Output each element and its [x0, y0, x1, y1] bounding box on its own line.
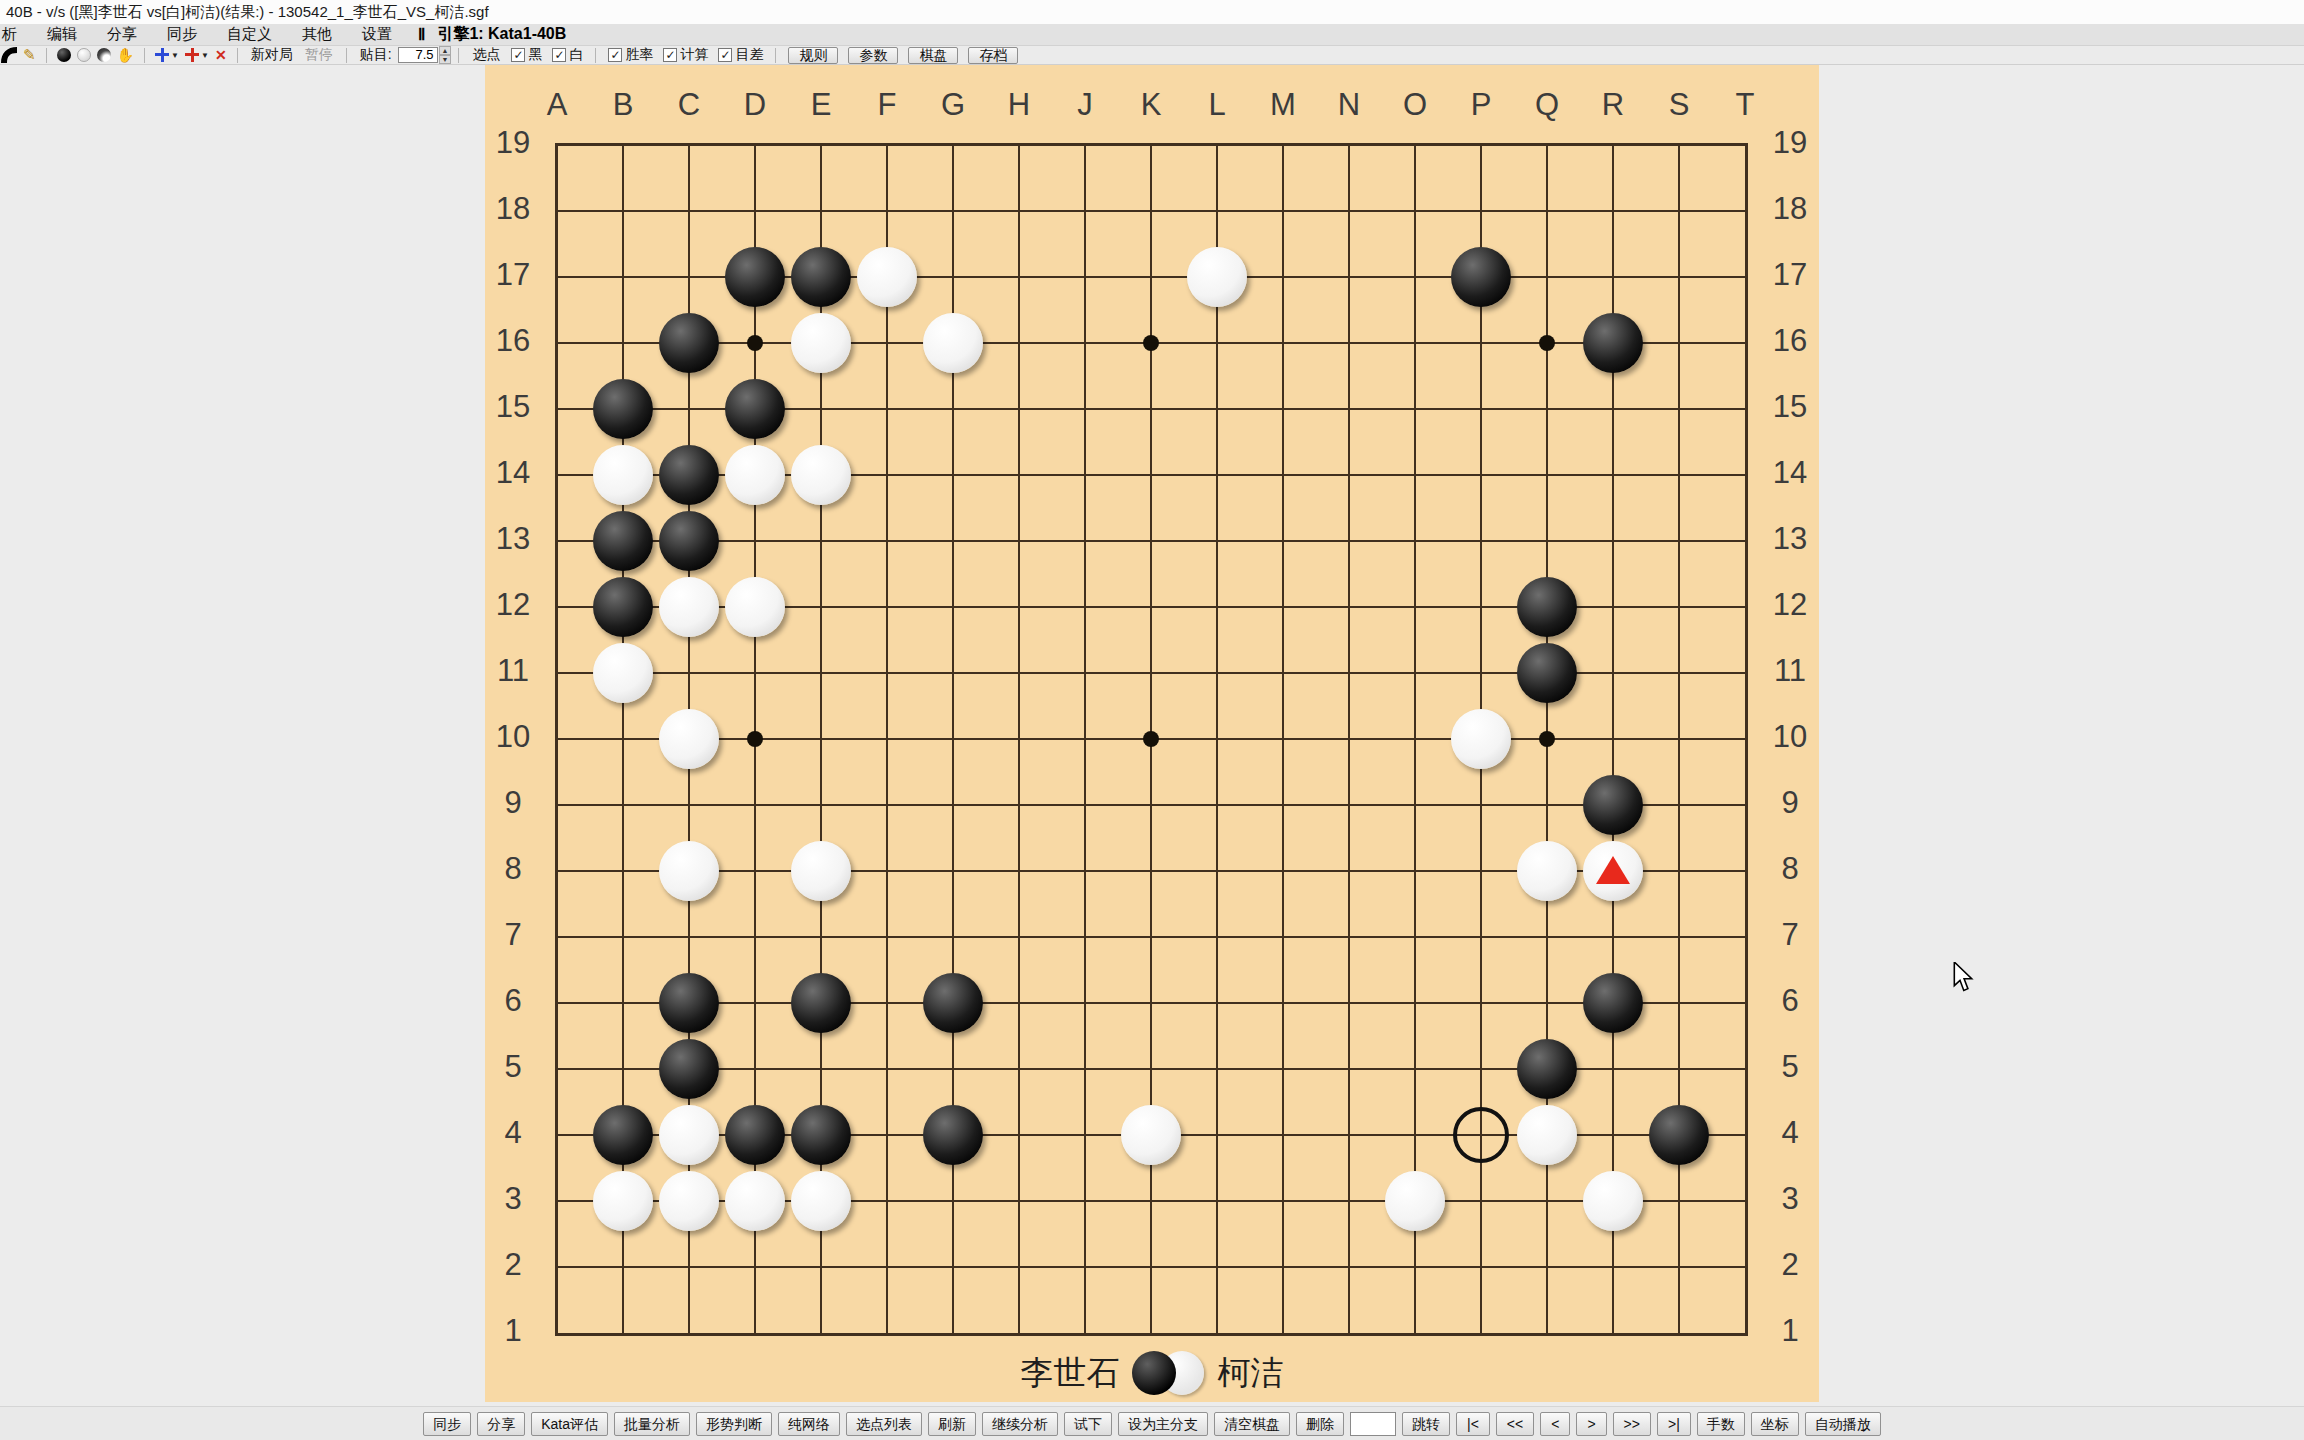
- menu-item-7[interactable]: 设置: [362, 25, 408, 44]
- engine-pause-icon[interactable]: Ⅱ: [418, 26, 423, 44]
- star-point-D10: [747, 731, 763, 747]
- bottom-button-批量分析[interactable]: 批量分析: [614, 1412, 690, 1436]
- nav-last-button[interactable]: >|: [1657, 1412, 1691, 1436]
- bottom-button-纯网络[interactable]: 纯网络: [778, 1412, 840, 1436]
- white-stone-C8[interactable]: [659, 841, 719, 901]
- checkbox-label: 黑: [528, 46, 542, 64]
- row-label-left-16: 16: [487, 323, 539, 359]
- col-label-M: M: [1263, 87, 1303, 123]
- black-stone-B4[interactable]: [593, 1105, 653, 1165]
- row-label-left-11: 11: [487, 653, 539, 689]
- white-stone-P10[interactable]: [1451, 709, 1511, 769]
- bottom-button-删除[interactable]: 删除: [1296, 1412, 1344, 1436]
- white-stone-E8[interactable]: [791, 841, 851, 901]
- black-stone-G6[interactable]: [923, 973, 983, 1033]
- white-stone-D3[interactable]: [725, 1171, 785, 1231]
- row-label-left-5: 5: [487, 1049, 539, 1085]
- red-cross-marker-icon[interactable]: ▼: [185, 46, 209, 64]
- cursor-tool-icon[interactable]: [3, 46, 17, 64]
- pencil-icon[interactable]: ✎: [23, 46, 36, 64]
- row-label-right-13: 13: [1764, 521, 1816, 557]
- row-label-left-4: 4: [487, 1115, 539, 1151]
- checkbox-icon[interactable]: ✓: [511, 48, 525, 62]
- col-label-L: L: [1197, 87, 1237, 123]
- row-label-right-16: 16: [1764, 323, 1816, 359]
- star-point-K16: [1143, 335, 1159, 351]
- separator: [458, 48, 459, 63]
- new-game-button[interactable]: 新对局: [251, 46, 293, 64]
- pause-button[interactable]: 暂停: [305, 46, 333, 64]
- col-label-R: R: [1593, 87, 1633, 123]
- col-label-C: C: [669, 87, 709, 123]
- row-label-left-19: 19: [487, 125, 539, 161]
- separator: [237, 48, 238, 63]
- menu-item-3[interactable]: 分享: [107, 25, 153, 44]
- bottom-button-刷新[interactable]: 刷新: [928, 1412, 976, 1436]
- toolbar-button-棋盘[interactable]: 棋盘: [908, 47, 958, 64]
- black-stone-Q5[interactable]: [1517, 1039, 1577, 1099]
- row-label-left-8: 8: [487, 851, 539, 887]
- white-player-name: 柯洁: [1218, 1351, 1284, 1396]
- candidate-checkbox-白[interactable]: ✓白: [552, 46, 583, 64]
- col-label-F: F: [867, 87, 907, 123]
- nav-next-button[interactable]: >: [1576, 1412, 1606, 1436]
- separator: [46, 48, 47, 63]
- bottom-button-设为主分支[interactable]: 设为主分支: [1118, 1412, 1208, 1436]
- col-label-E: E: [801, 87, 841, 123]
- row-label-right-19: 19: [1764, 125, 1816, 161]
- alternate-stone-tool-icon[interactable]: [97, 46, 111, 64]
- grid-line-v: [1216, 145, 1218, 1333]
- candidate-label: 选点: [472, 46, 500, 64]
- bottom-button-分享[interactable]: 分享: [477, 1412, 525, 1436]
- col-label-S: S: [1659, 87, 1699, 123]
- display-checkbox-目差[interactable]: ✓目差: [718, 46, 763, 64]
- white-stone-K4[interactable]: [1121, 1105, 1181, 1165]
- row-label-right-4: 4: [1764, 1115, 1816, 1151]
- grid-line-v: [1348, 145, 1350, 1333]
- candidate-checkbox-黑[interactable]: ✓黑: [511, 46, 542, 64]
- grid-line-h: [557, 804, 1745, 806]
- checkbox-icon[interactable]: ✓: [663, 48, 677, 62]
- menu-item-2[interactable]: 编辑: [47, 25, 93, 44]
- black-stone-C14[interactable]: [659, 445, 719, 505]
- col-label-H: H: [999, 87, 1039, 123]
- col-label-B: B: [603, 87, 643, 123]
- toggle-button-自动播放[interactable]: 自动播放: [1805, 1412, 1881, 1436]
- tool-bar: ✎ ✋ ▼ ▼ ✕ 新对局 暂停 贴目: 7.5 ▲▼ 选点 ✓黑✓白 ✓胜率✓…: [0, 46, 2304, 65]
- row-label-left-18: 18: [487, 191, 539, 227]
- star-point-Q16: [1539, 335, 1555, 351]
- title-bar: 40B - v/s ([黑]李世石 vs[白]柯洁)(结果:) - 130542…: [0, 0, 2304, 24]
- white-stone-Q8[interactable]: [1517, 841, 1577, 901]
- nav-prev-button[interactable]: <: [1540, 1412, 1570, 1436]
- row-label-left-9: 9: [487, 785, 539, 821]
- jump-button[interactable]: 跳转: [1402, 1412, 1450, 1436]
- col-label-N: N: [1329, 87, 1369, 123]
- white-stone-E14[interactable]: [791, 445, 851, 505]
- col-label-Q: Q: [1527, 87, 1567, 123]
- black-stone-D15[interactable]: [725, 379, 785, 439]
- black-stone-B12[interactable]: [593, 577, 653, 637]
- row-label-right-9: 9: [1764, 785, 1816, 821]
- grid-line-h: [557, 1002, 1745, 1004]
- row-label-right-2: 2: [1764, 1247, 1816, 1283]
- col-label-J: J: [1065, 87, 1105, 123]
- komi-spinner[interactable]: ▲▼: [439, 46, 452, 64]
- black-stone-Q11[interactable]: [1517, 643, 1577, 703]
- white-stone-C12[interactable]: [659, 577, 719, 637]
- black-stone-E6[interactable]: [791, 973, 851, 1033]
- black-stone-Q12[interactable]: [1517, 577, 1577, 637]
- grid-line-v: [1282, 145, 1284, 1333]
- bottom-button-选点列表[interactable]: 选点列表: [846, 1412, 922, 1436]
- white-stone-E3[interactable]: [791, 1171, 851, 1231]
- row-label-left-15: 15: [487, 389, 539, 425]
- black-stone-R16[interactable]: [1583, 313, 1643, 373]
- display-checkbox-计算[interactable]: ✓计算: [663, 46, 708, 64]
- bottom-button-同步[interactable]: 同步: [423, 1412, 471, 1436]
- last-move-triangle-marker-R8: [1596, 856, 1630, 884]
- black-stone-D17[interactable]: [725, 247, 785, 307]
- grid-line-h: [557, 1266, 1745, 1268]
- bottom-button-Kata评估[interactable]: Kata评估: [531, 1412, 608, 1436]
- black-stone-tool-icon[interactable]: [57, 46, 71, 64]
- row-label-right-14: 14: [1764, 455, 1816, 491]
- checkbox-label: 胜率: [625, 46, 653, 64]
- player-bar: 李世石柯洁: [485, 1350, 1819, 1396]
- col-label-K: K: [1131, 87, 1171, 123]
- checkbox-label: 计算: [680, 46, 708, 64]
- col-label-O: O: [1395, 87, 1435, 123]
- black-stone-D4[interactable]: [725, 1105, 785, 1165]
- checkbox-label: 目差: [735, 46, 763, 64]
- col-label-P: P: [1461, 87, 1501, 123]
- display-checkbox-胜率[interactable]: ✓胜率: [608, 46, 653, 64]
- toolbar-button-规则[interactable]: 规则: [788, 47, 838, 64]
- row-label-left-12: 12: [487, 587, 539, 623]
- black-stone-C13[interactable]: [659, 511, 719, 571]
- white-stone-Q4[interactable]: [1517, 1105, 1577, 1165]
- bottom-button-清空棋盘[interactable]: 清空棋盘: [1214, 1412, 1290, 1436]
- nav-back10-button[interactable]: <<: [1496, 1412, 1534, 1436]
- white-stone-C10[interactable]: [659, 709, 719, 769]
- white-stone-C4[interactable]: [659, 1105, 719, 1165]
- player-bar-stones: [1132, 1350, 1206, 1396]
- blue-cross-marker-icon[interactable]: ▼: [155, 46, 179, 64]
- row-label-left-3: 3: [487, 1181, 539, 1217]
- checkbox-icon[interactable]: ✓: [718, 48, 732, 62]
- komi-label: 贴目:: [360, 46, 392, 64]
- menu-item-4[interactable]: 同步: [167, 25, 213, 44]
- black-stone-P17[interactable]: [1451, 247, 1511, 307]
- row-label-right-10: 10: [1764, 719, 1816, 755]
- black-player-name: 李世石: [1021, 1351, 1120, 1396]
- row-label-right-12: 12: [1764, 587, 1816, 623]
- white-stone-D14[interactable]: [725, 445, 785, 505]
- white-stone-B14[interactable]: [593, 445, 653, 505]
- checkbox-label: 白: [569, 46, 583, 64]
- menu-item-6[interactable]: 其他: [302, 25, 348, 44]
- col-label-D: D: [735, 87, 775, 123]
- nav-fwd10-button[interactable]: >>: [1613, 1412, 1651, 1436]
- white-stone-D12[interactable]: [725, 577, 785, 637]
- toolbar-button-参数[interactable]: 参数: [848, 47, 898, 64]
- black-stone-S4[interactable]: [1649, 1105, 1709, 1165]
- row-label-left-6: 6: [487, 983, 539, 1019]
- black-stone-C5[interactable]: [659, 1039, 719, 1099]
- row-label-right-18: 18: [1764, 191, 1816, 227]
- grid-line-h: [557, 936, 1745, 938]
- row-label-right-8: 8: [1764, 851, 1816, 887]
- white-stone-B3[interactable]: [593, 1171, 653, 1231]
- bottom-button-形势判断[interactable]: 形势判断: [696, 1412, 772, 1436]
- bottom-toolbar: 同步分享Kata评估批量分析形势判断纯网络选点列表刷新继续分析试下设为主分支清空…: [0, 1406, 2304, 1440]
- separator: [595, 48, 596, 63]
- star-point-D16: [747, 335, 763, 351]
- mouse-cursor: [1950, 962, 1976, 992]
- checkbox-icon[interactable]: ✓: [608, 48, 622, 62]
- engine-label: 引擎1: Kata1-40B: [437, 24, 566, 45]
- row-label-right-3: 3: [1764, 1181, 1816, 1217]
- circle-marker-P4: [1453, 1107, 1509, 1163]
- white-stone-R3[interactable]: [1583, 1171, 1643, 1231]
- white-stone-E16[interactable]: [791, 313, 851, 373]
- white-stone-F17[interactable]: [857, 247, 917, 307]
- row-label-right-17: 17: [1764, 257, 1816, 293]
- white-stone-G16[interactable]: [923, 313, 983, 373]
- black-stone-icon: [1132, 1351, 1176, 1395]
- white-stone-O3[interactable]: [1385, 1171, 1445, 1231]
- col-label-G: G: [933, 87, 973, 123]
- white-stone-tool-icon[interactable]: [77, 46, 91, 64]
- komi-input[interactable]: 7.5: [398, 47, 438, 63]
- black-stone-B13[interactable]: [593, 511, 653, 571]
- white-stone-C3[interactable]: [659, 1171, 719, 1231]
- separator: [346, 48, 347, 63]
- black-stone-C6[interactable]: [659, 973, 719, 1033]
- bottom-button-试下[interactable]: 试下: [1064, 1412, 1112, 1436]
- separator: [775, 48, 776, 63]
- black-stone-R9[interactable]: [1583, 775, 1643, 835]
- menu-bar: 析编辑分享同步自定义其他设置 Ⅱ 引擎1: Kata1-40B: [0, 24, 2304, 46]
- row-label-left-1: 1: [487, 1313, 539, 1349]
- row-label-right-6: 6: [1764, 983, 1816, 1019]
- row-label-right-5: 5: [1764, 1049, 1816, 1085]
- nav-first-button[interactable]: |<: [1456, 1412, 1490, 1436]
- row-label-left-10: 10: [487, 719, 539, 755]
- separator: [144, 48, 145, 63]
- col-label-A: A: [537, 87, 577, 123]
- row-label-right-11: 11: [1764, 653, 1816, 689]
- jump-move-input[interactable]: [1350, 1412, 1396, 1436]
- black-stone-C16[interactable]: [659, 313, 719, 373]
- menu-item-1[interactable]: 析: [2, 25, 33, 44]
- row-label-right-7: 7: [1764, 917, 1816, 953]
- black-stone-R6[interactable]: [1583, 973, 1643, 1033]
- black-stone-G4[interactable]: [923, 1105, 983, 1165]
- row-label-right-15: 15: [1764, 389, 1816, 425]
- grid-line-v: [1414, 145, 1416, 1333]
- white-stone-L17[interactable]: [1187, 247, 1247, 307]
- menu-item-5[interactable]: 自定义: [227, 25, 288, 44]
- black-stone-E4[interactable]: [791, 1105, 851, 1165]
- row-label-left-17: 17: [487, 257, 539, 293]
- row-label-right-1: 1: [1764, 1313, 1816, 1349]
- row-label-left-13: 13: [487, 521, 539, 557]
- star-point-K10: [1143, 731, 1159, 747]
- go-board[interactable]: ABCDEFGHJKLMNOPQRST191918181717161615151…: [485, 65, 1819, 1402]
- white-stone-B11[interactable]: [593, 643, 653, 703]
- bottom-button-继续分析[interactable]: 继续分析: [982, 1412, 1058, 1436]
- black-stone-E17[interactable]: [791, 247, 851, 307]
- black-stone-B15[interactable]: [593, 379, 653, 439]
- col-label-T: T: [1725, 87, 1765, 123]
- row-label-left-7: 7: [487, 917, 539, 953]
- hand-tool-icon[interactable]: ✋: [117, 46, 134, 64]
- row-label-left-2: 2: [487, 1247, 539, 1283]
- star-point-Q10: [1539, 731, 1555, 747]
- toggle-button-坐标[interactable]: 坐标: [1751, 1412, 1799, 1436]
- toggle-button-手数[interactable]: 手数: [1697, 1412, 1745, 1436]
- row-label-left-14: 14: [487, 455, 539, 491]
- red-x-icon[interactable]: ✕: [215, 46, 227, 64]
- window-title: 40B - v/s ([黑]李世石 vs[白]柯洁)(结果:) - 130542…: [0, 3, 489, 22]
- checkbox-icon[interactable]: ✓: [552, 48, 566, 62]
- toolbar-button-存档[interactable]: 存档: [968, 47, 1018, 64]
